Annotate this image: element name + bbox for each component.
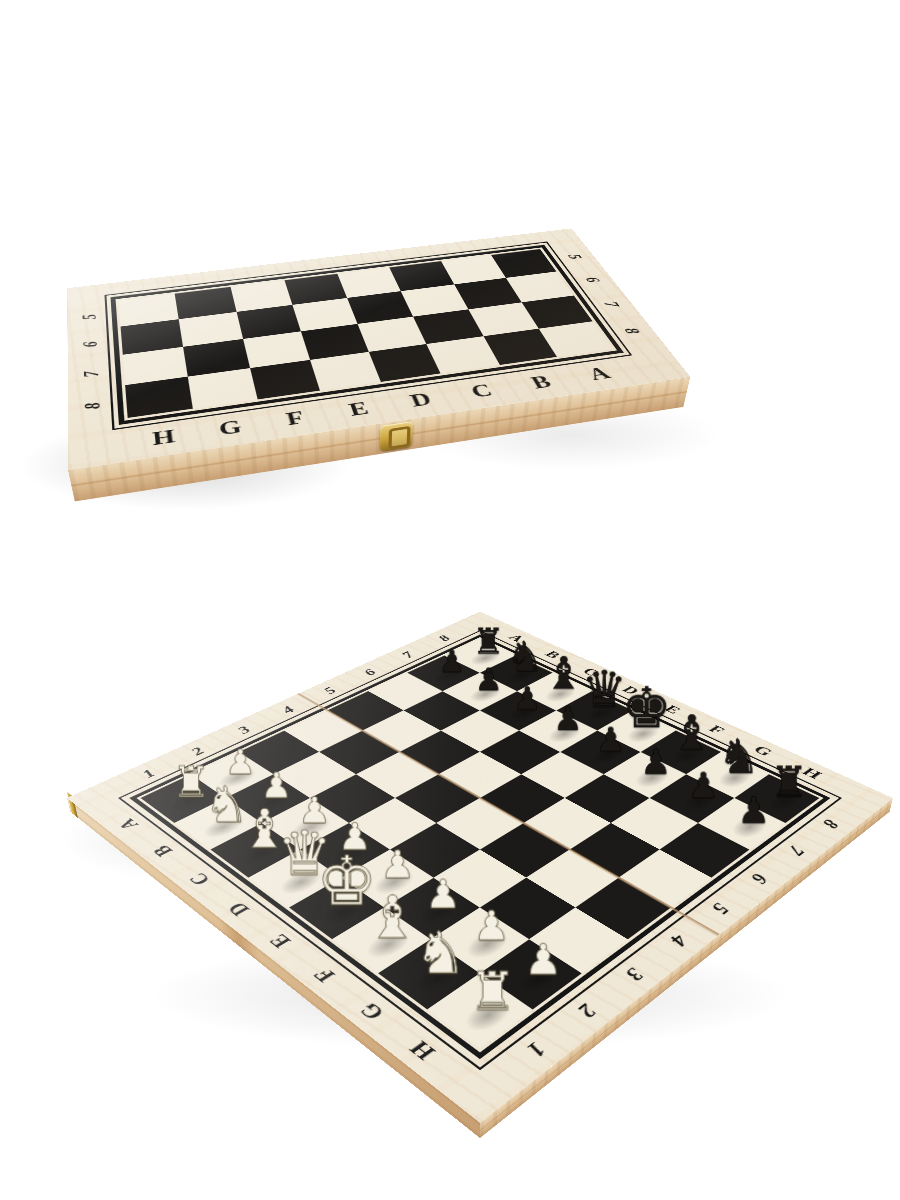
black-pawn-h7: ♟ [723,793,785,829]
box-square-h6 [121,319,184,355]
open-board-scene: ♜♟♟♜♞♟♟♞♝♟♟♝♛♟♟♛♚♟♟♚♝♟♟♝♞♟♟♞♜♟♟♜ 1234567… [110,428,850,1168]
white-rook-h1: ♜ [455,966,530,1019]
board-clasp [66,792,79,825]
box-square-g7 [183,339,249,377]
box-rank-label-right-6: 6 [566,270,619,289]
open-board-top: ♜♟♟♜♞♟♟♞♝♟♟♝♛♟♟♛♚♟♟♚♝♟♟♝♞♟♟♞♜♟♟♜ 1234567… [67,612,893,1123]
product-photo: HGFEDCBA 5678 5678 ♜♟♟♜♞♟♟♞♝♟♟♝♛♟♟♛♚♟♟♚♝… [0,0,900,1200]
box-rank-labels-left: 5678 [74,302,108,425]
box-square-g6 [179,312,243,347]
box-rank-label-right-5: 5 [549,248,600,266]
box-rank-label-right-7: 7 [584,294,639,314]
box-square-h7 [123,347,188,385]
board-grid: ♜♟♟♜♞♟♟♞♝♟♟♝♛♟♟♛♚♟♟♚♝♟♟♝♞♟♟♞♜♟♟♜ [141,639,820,1049]
box-rank-label-left-5: 5 [64,307,114,328]
